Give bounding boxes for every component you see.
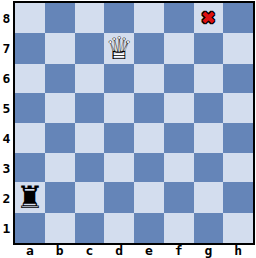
square-d3[interactable] (104, 153, 134, 183)
square-f2[interactable] (164, 182, 194, 213)
square-c1[interactable] (75, 213, 105, 243)
rank-label-5: 5 (0, 93, 13, 123)
square-h8[interactable] (223, 3, 253, 33)
square-f8[interactable] (164, 3, 194, 33)
square-c5[interactable] (75, 93, 105, 123)
file-labels: abcdefgh (15, 243, 253, 258)
file-label-a: a (15, 243, 45, 258)
square-h5[interactable] (223, 93, 253, 123)
square-a6[interactable] (15, 64, 45, 94)
square-e6[interactable] (134, 64, 164, 94)
rank-label-4: 4 (0, 123, 13, 153)
square-g6[interactable] (194, 64, 224, 94)
square-b8[interactable] (45, 3, 75, 33)
rank-label-3: 3 (0, 153, 13, 183)
square-g2[interactable] (194, 182, 224, 213)
square-b3[interactable] (45, 153, 75, 183)
square-d6[interactable] (104, 64, 134, 94)
rank-label-7: 7 (0, 33, 13, 63)
square-c4[interactable] (75, 123, 105, 153)
square-f1[interactable] (164, 213, 194, 243)
rank-label-8: 8 (0, 3, 13, 33)
square-e4[interactable] (134, 123, 164, 153)
file-label-e: e (134, 243, 164, 258)
square-b5[interactable] (45, 93, 75, 123)
rank-label-2: 2 (0, 183, 13, 213)
square-f6[interactable] (164, 64, 194, 94)
square-b1[interactable] (45, 213, 75, 243)
square-h1[interactable] (223, 213, 253, 243)
file-label-c: c (75, 243, 105, 258)
square-a1[interactable] (15, 213, 45, 243)
rank-labels: 87654321 (0, 3, 13, 243)
file-label-f: f (164, 243, 194, 258)
square-e7[interactable] (134, 33, 164, 64)
file-label-b: b (45, 243, 75, 258)
square-d2[interactable] (104, 182, 134, 213)
square-c2[interactable] (75, 182, 105, 213)
black-rook-glyph: ♜ (16, 179, 44, 215)
square-a3[interactable] (15, 153, 45, 183)
square-a7[interactable] (15, 33, 45, 64)
square-a8[interactable] (15, 3, 45, 33)
square-f5[interactable] (164, 93, 194, 123)
white-queen-piece[interactable]: ♛♕ (105, 33, 133, 64)
square-a4[interactable] (15, 123, 45, 153)
white-queen-outline: ♕ (105, 30, 133, 66)
square-d4[interactable] (104, 123, 134, 153)
square-g5[interactable] (194, 93, 224, 123)
file-label-g: g (194, 243, 224, 258)
square-d1[interactable] (104, 213, 134, 243)
square-f7[interactable] (164, 33, 194, 64)
square-h6[interactable] (223, 64, 253, 94)
file-label-h: h (223, 243, 253, 258)
square-c3[interactable] (75, 153, 105, 183)
square-g8[interactable]: ✖ (194, 3, 224, 33)
square-d5[interactable] (104, 93, 134, 123)
square-h4[interactable] (223, 123, 253, 153)
square-e5[interactable] (134, 93, 164, 123)
square-d7[interactable]: ♛♕ (104, 33, 134, 64)
square-b4[interactable] (45, 123, 75, 153)
square-d8[interactable] (104, 3, 134, 33)
square-c7[interactable] (75, 33, 105, 64)
square-e2[interactable] (134, 182, 164, 213)
square-c8[interactable] (75, 3, 105, 33)
square-g1[interactable] (194, 213, 224, 243)
square-h3[interactable] (223, 153, 253, 183)
square-b7[interactable] (45, 33, 75, 64)
square-g7[interactable] (194, 33, 224, 64)
rank-label-6: 6 (0, 63, 13, 93)
square-a2[interactable]: ♜ (15, 182, 45, 213)
square-f4[interactable] (164, 123, 194, 153)
square-c6[interactable] (75, 64, 105, 94)
chess-board: ✖♛♕♜ (13, 1, 255, 245)
file-label-d: d (104, 243, 134, 258)
square-e1[interactable] (134, 213, 164, 243)
square-e3[interactable] (134, 153, 164, 183)
chessboard-widget: 87654321 ✖♛♕♜ abcdefgh (0, 0, 256, 258)
square-a5[interactable] (15, 93, 45, 123)
marker-red-x-icon: ✖ (201, 9, 216, 27)
square-f3[interactable] (164, 153, 194, 183)
square-g4[interactable] (194, 123, 224, 153)
rank-label-1: 1 (0, 213, 13, 243)
square-h7[interactable] (223, 33, 253, 64)
black-rook-piece[interactable]: ♜ (16, 182, 44, 213)
square-b2[interactable] (45, 182, 75, 213)
square-b6[interactable] (45, 64, 75, 94)
square-g3[interactable] (194, 153, 224, 183)
square-h2[interactable] (223, 182, 253, 213)
square-e8[interactable] (134, 3, 164, 33)
